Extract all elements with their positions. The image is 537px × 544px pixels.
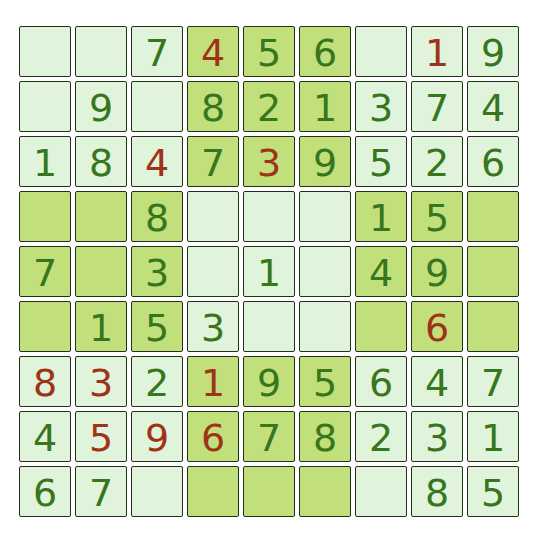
entered-digit: 3 xyxy=(89,364,113,402)
cell-r8c3[interactable]: 9 xyxy=(131,411,183,462)
entered-digit: 6 xyxy=(201,419,225,457)
cell-r1c1[interactable] xyxy=(19,26,71,77)
cell-r9c3[interactable] xyxy=(131,466,183,517)
cell-r5c9[interactable] xyxy=(467,246,519,297)
given-digit: 9 xyxy=(313,144,337,182)
cell-r8c5[interactable]: 7 xyxy=(243,411,295,462)
cell-r5c6[interactable] xyxy=(299,246,351,297)
cell-r9c5[interactable] xyxy=(243,466,295,517)
given-digit: 5 xyxy=(145,309,169,347)
cell-r9c2[interactable]: 7 xyxy=(75,466,127,517)
cell-r7c5[interactable]: 9 xyxy=(243,356,295,407)
cell-r9c9[interactable]: 5 xyxy=(467,466,519,517)
entered-digit: 1 xyxy=(425,34,449,72)
cell-r6c1[interactable] xyxy=(19,301,71,352)
given-digit: 1 xyxy=(313,89,337,127)
cell-r2c1[interactable] xyxy=(19,81,71,132)
cell-r5c5[interactable]: 1 xyxy=(243,246,295,297)
given-digit: 9 xyxy=(257,364,281,402)
cell-r7c7[interactable]: 6 xyxy=(355,356,407,407)
cell-r8c6[interactable]: 8 xyxy=(299,411,351,462)
given-digit: 7 xyxy=(257,419,281,457)
given-digit: 2 xyxy=(257,89,281,127)
given-digit: 2 xyxy=(369,419,393,457)
cell-r1c5[interactable]: 5 xyxy=(243,26,295,77)
cell-r3c4[interactable]: 7 xyxy=(187,136,239,187)
cell-r2c8[interactable]: 7 xyxy=(411,81,463,132)
cell-r3c7[interactable]: 5 xyxy=(355,136,407,187)
cell-r7c3[interactable]: 2 xyxy=(131,356,183,407)
cell-r5c3[interactable]: 3 xyxy=(131,246,183,297)
cell-r2c5[interactable]: 2 xyxy=(243,81,295,132)
cell-r1c8[interactable]: 1 xyxy=(411,26,463,77)
cell-r4c7[interactable]: 1 xyxy=(355,191,407,242)
cell-r2c2[interactable]: 9 xyxy=(75,81,127,132)
cell-r2c3[interactable] xyxy=(131,81,183,132)
cell-r1c3[interactable]: 7 xyxy=(131,26,183,77)
given-digit: 5 xyxy=(481,474,505,512)
given-digit: 8 xyxy=(313,419,337,457)
cell-r6c5[interactable] xyxy=(243,301,295,352)
cell-r3c3[interactable]: 4 xyxy=(131,136,183,187)
cell-r9c1[interactable]: 6 xyxy=(19,466,71,517)
page: 7456199821374184739526815731491536832195… xyxy=(0,0,537,544)
cell-r4c2[interactable] xyxy=(75,191,127,242)
cell-r4c4[interactable] xyxy=(187,191,239,242)
cell-r1c9[interactable]: 9 xyxy=(467,26,519,77)
cell-r9c8[interactable]: 8 xyxy=(411,466,463,517)
given-digit: 3 xyxy=(369,89,393,127)
entered-digit: 4 xyxy=(201,34,225,72)
entered-digit: 4 xyxy=(145,144,169,182)
cell-r6c6[interactable] xyxy=(299,301,351,352)
cell-r8c8[interactable]: 3 xyxy=(411,411,463,462)
cell-r3c5[interactable]: 3 xyxy=(243,136,295,187)
cell-r9c6[interactable] xyxy=(299,466,351,517)
cell-r5c4[interactable] xyxy=(187,246,239,297)
given-digit: 7 xyxy=(201,144,225,182)
cell-r2c6[interactable]: 1 xyxy=(299,81,351,132)
given-digit: 8 xyxy=(201,89,225,127)
given-digit: 2 xyxy=(425,144,449,182)
given-digit: 4 xyxy=(369,254,393,292)
cell-r2c9[interactable]: 4 xyxy=(467,81,519,132)
cell-r5c8[interactable]: 9 xyxy=(411,246,463,297)
given-digit: 8 xyxy=(425,474,449,512)
cell-r4c8[interactable]: 5 xyxy=(411,191,463,242)
given-digit: 3 xyxy=(425,419,449,457)
cell-r6c3[interactable]: 5 xyxy=(131,301,183,352)
cell-r7c8[interactable]: 4 xyxy=(411,356,463,407)
given-digit: 1 xyxy=(89,309,113,347)
given-digit: 1 xyxy=(257,254,281,292)
given-digit: 8 xyxy=(145,199,169,237)
cell-r7c4[interactable]: 1 xyxy=(187,356,239,407)
cell-r8c1[interactable]: 4 xyxy=(19,411,71,462)
given-digit: 8 xyxy=(89,144,113,182)
cell-r6c9[interactable] xyxy=(467,301,519,352)
cell-r1c4[interactable]: 4 xyxy=(187,26,239,77)
cell-r3c9[interactable]: 6 xyxy=(467,136,519,187)
cell-r8c9[interactable]: 1 xyxy=(467,411,519,462)
cell-r3c8[interactable]: 2 xyxy=(411,136,463,187)
cell-r5c1[interactable]: 7 xyxy=(19,246,71,297)
cell-r6c7[interactable] xyxy=(355,301,407,352)
cell-r4c1[interactable] xyxy=(19,191,71,242)
cell-r1c2[interactable] xyxy=(75,26,127,77)
entered-digit: 8 xyxy=(33,364,57,402)
cell-r4c5[interactable] xyxy=(243,191,295,242)
sudoku-board: 7456199821374184739526815731491536832195… xyxy=(19,26,519,517)
cell-r6c4[interactable]: 3 xyxy=(187,301,239,352)
given-digit: 7 xyxy=(145,34,169,72)
cell-r2c7[interactable]: 3 xyxy=(355,81,407,132)
cell-r9c7[interactable] xyxy=(355,466,407,517)
given-digit: 9 xyxy=(89,89,113,127)
cell-r1c6[interactable]: 6 xyxy=(299,26,351,77)
cell-r7c2[interactable]: 3 xyxy=(75,356,127,407)
given-digit: 1 xyxy=(369,199,393,237)
given-digit: 5 xyxy=(257,34,281,72)
given-digit: 6 xyxy=(313,34,337,72)
given-digit: 6 xyxy=(369,364,393,402)
given-digit: 3 xyxy=(145,254,169,292)
cell-r4c6[interactable] xyxy=(299,191,351,242)
given-digit: 5 xyxy=(425,199,449,237)
given-digit: 4 xyxy=(33,419,57,457)
cell-r8c2[interactable]: 5 xyxy=(75,411,127,462)
given-digit: 7 xyxy=(425,89,449,127)
cell-r9c4[interactable] xyxy=(187,466,239,517)
given-digit: 7 xyxy=(89,474,113,512)
given-digit: 5 xyxy=(313,364,337,402)
given-digit: 3 xyxy=(201,309,225,347)
given-digit: 6 xyxy=(481,144,505,182)
cell-r3c2[interactable]: 8 xyxy=(75,136,127,187)
given-digit: 9 xyxy=(425,254,449,292)
cell-r5c2[interactable] xyxy=(75,246,127,297)
entered-digit: 1 xyxy=(201,364,225,402)
cell-r7c9[interactable]: 7 xyxy=(467,356,519,407)
entered-digit: 6 xyxy=(425,309,449,347)
cell-r6c2[interactable]: 1 xyxy=(75,301,127,352)
entered-digit: 3 xyxy=(257,144,281,182)
given-digit: 7 xyxy=(33,254,57,292)
cell-r1c7[interactable] xyxy=(355,26,407,77)
cell-r5c7[interactable]: 4 xyxy=(355,246,407,297)
cell-r3c1[interactable]: 1 xyxy=(19,136,71,187)
cell-r4c9[interactable] xyxy=(467,191,519,242)
entered-digit: 5 xyxy=(89,419,113,457)
cell-r4c3[interactable]: 8 xyxy=(131,191,183,242)
cell-r3c6[interactable]: 9 xyxy=(299,136,351,187)
given-digit: 5 xyxy=(369,144,393,182)
cell-r7c6[interactable]: 5 xyxy=(299,356,351,407)
given-digit: 9 xyxy=(481,34,505,72)
given-digit: 1 xyxy=(481,419,505,457)
cell-r2c4[interactable]: 8 xyxy=(187,81,239,132)
given-digit: 6 xyxy=(33,474,57,512)
given-digit: 2 xyxy=(145,364,169,402)
cell-r6c8[interactable]: 6 xyxy=(411,301,463,352)
cell-r8c7[interactable]: 2 xyxy=(355,411,407,462)
given-digit: 4 xyxy=(425,364,449,402)
cell-r7c1[interactable]: 8 xyxy=(19,356,71,407)
given-digit: 7 xyxy=(481,364,505,402)
entered-digit: 9 xyxy=(145,419,169,457)
given-digit: 1 xyxy=(33,144,57,182)
cell-r8c4[interactable]: 6 xyxy=(187,411,239,462)
given-digit: 4 xyxy=(481,89,505,127)
